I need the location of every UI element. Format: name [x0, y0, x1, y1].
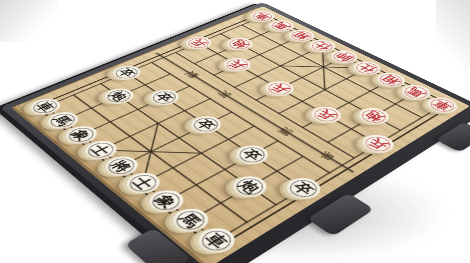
photo-corner-shading-right: [436, 0, 470, 70]
photo-corner-shading-left: [0, 0, 58, 42]
base-foot: [436, 122, 470, 152]
product-photo-background: { "game": "xiangqi", "scene": "Folding m…: [0, 0, 470, 263]
